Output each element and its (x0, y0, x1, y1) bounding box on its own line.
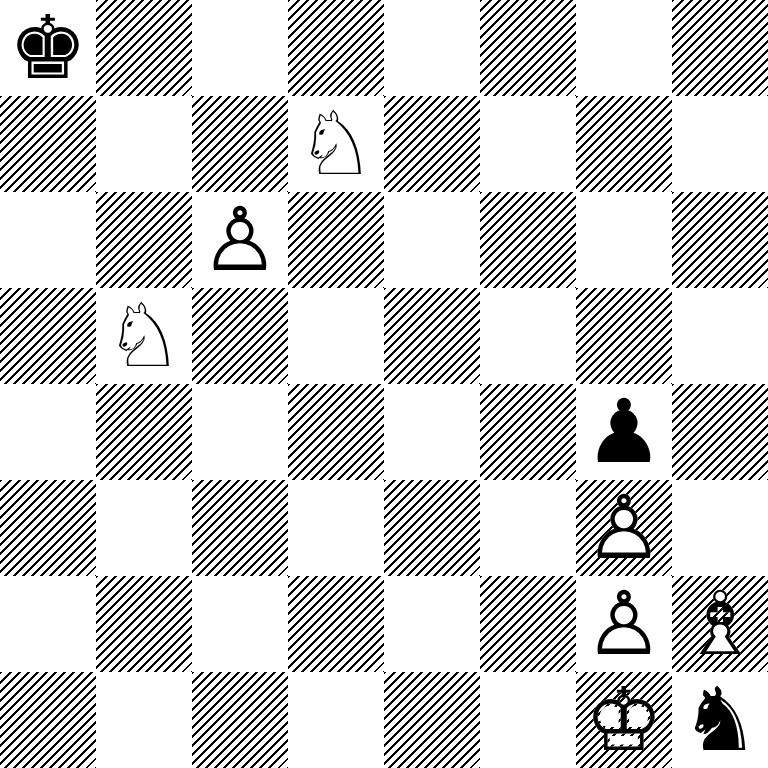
square-a1[interactable] (0, 672, 96, 768)
square-c1[interactable] (192, 672, 288, 768)
square-e4[interactable] (384, 384, 480, 480)
square-f4[interactable] (480, 384, 576, 480)
square-g4[interactable]: ♟ (576, 384, 672, 480)
white-pawn-outline: ♙ (192, 192, 288, 288)
white-king-outline: ♔ (576, 672, 672, 768)
square-e1[interactable] (384, 672, 480, 768)
square-f5[interactable] (480, 288, 576, 384)
square-e3[interactable] (384, 480, 480, 576)
square-f6[interactable] (480, 192, 576, 288)
square-d7[interactable]: ♞♘ (288, 96, 384, 192)
white-pawn-icon[interactable]: ♟♙ (192, 192, 288, 288)
white-pawn-outline: ♙ (576, 480, 672, 576)
square-b6[interactable] (96, 192, 192, 288)
white-knight-icon[interactable]: ♞♘ (288, 96, 384, 192)
square-h1[interactable]: ♞ (672, 672, 768, 768)
square-c2[interactable] (192, 576, 288, 672)
square-h6[interactable] (672, 192, 768, 288)
square-b8[interactable] (96, 0, 192, 96)
square-g2[interactable]: ♟♙ (576, 576, 672, 672)
white-bishop-icon[interactable]: ♝♗ (672, 576, 768, 672)
square-a2[interactable] (0, 576, 96, 672)
square-b7[interactable] (96, 96, 192, 192)
square-b3[interactable] (96, 480, 192, 576)
square-g5[interactable] (576, 288, 672, 384)
square-f7[interactable] (480, 96, 576, 192)
square-g3[interactable]: ♟♙ (576, 480, 672, 576)
square-d1[interactable] (288, 672, 384, 768)
square-e8[interactable] (384, 0, 480, 96)
white-pawn-outline: ♙ (576, 576, 672, 672)
square-d5[interactable] (288, 288, 384, 384)
square-a3[interactable] (0, 480, 96, 576)
white-king-icon[interactable]: ♚♔ (576, 672, 672, 768)
black-pawn-icon[interactable]: ♟ (576, 384, 672, 480)
square-f3[interactable] (480, 480, 576, 576)
square-a8[interactable]: ♚ (0, 0, 96, 96)
square-b4[interactable] (96, 384, 192, 480)
square-g7[interactable] (576, 96, 672, 192)
square-f2[interactable] (480, 576, 576, 672)
square-c8[interactable] (192, 0, 288, 96)
chess-board: ♚♞♘♟♙♞♘♟♟♙♟♙♝♗♚♔♞ (0, 0, 768, 768)
square-a4[interactable] (0, 384, 96, 480)
square-e6[interactable] (384, 192, 480, 288)
square-c5[interactable] (192, 288, 288, 384)
square-d8[interactable] (288, 0, 384, 96)
square-g8[interactable] (576, 0, 672, 96)
black-king-icon[interactable]: ♚ (0, 0, 96, 96)
square-f1[interactable] (480, 672, 576, 768)
square-d3[interactable] (288, 480, 384, 576)
square-e5[interactable] (384, 288, 480, 384)
square-h3[interactable] (672, 480, 768, 576)
square-b5[interactable]: ♞♘ (96, 288, 192, 384)
black-knight-icon[interactable]: ♞ (672, 672, 768, 768)
square-d4[interactable] (288, 384, 384, 480)
square-b1[interactable] (96, 672, 192, 768)
white-knight-icon[interactable]: ♞♘ (96, 288, 192, 384)
square-g6[interactable] (576, 192, 672, 288)
square-h2[interactable]: ♝♗ (672, 576, 768, 672)
white-knight-outline: ♘ (288, 96, 384, 192)
square-h5[interactable] (672, 288, 768, 384)
square-d2[interactable] (288, 576, 384, 672)
square-g1[interactable]: ♚♔ (576, 672, 672, 768)
white-bishop-outline: ♗ (672, 576, 768, 672)
square-f8[interactable] (480, 0, 576, 96)
square-h7[interactable] (672, 96, 768, 192)
square-c7[interactable] (192, 96, 288, 192)
square-c3[interactable] (192, 480, 288, 576)
square-a6[interactable] (0, 192, 96, 288)
white-pawn-icon[interactable]: ♟♙ (576, 576, 672, 672)
square-b2[interactable] (96, 576, 192, 672)
square-d6[interactable] (288, 192, 384, 288)
square-h8[interactable] (672, 0, 768, 96)
square-e7[interactable] (384, 96, 480, 192)
white-pawn-icon[interactable]: ♟♙ (576, 480, 672, 576)
square-h4[interactable] (672, 384, 768, 480)
square-c6[interactable]: ♟♙ (192, 192, 288, 288)
square-a7[interactable] (0, 96, 96, 192)
square-c4[interactable] (192, 384, 288, 480)
square-e2[interactable] (384, 576, 480, 672)
square-a5[interactable] (0, 288, 96, 384)
white-knight-outline: ♘ (96, 288, 192, 384)
